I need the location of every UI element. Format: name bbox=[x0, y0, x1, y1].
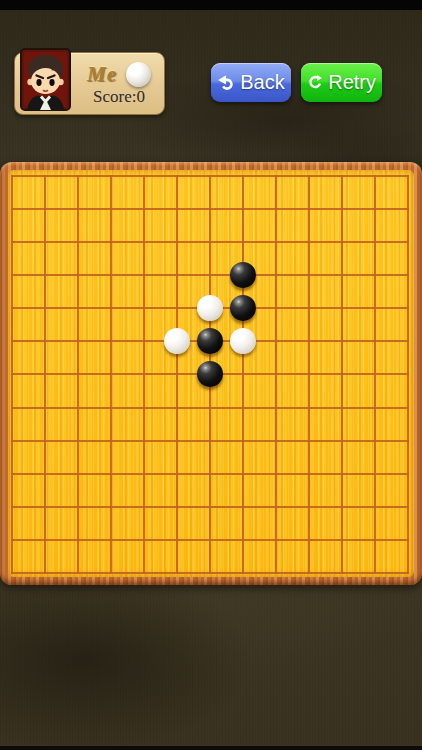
grid-line-horizontal bbox=[11, 506, 410, 508]
stone-white bbox=[230, 328, 256, 354]
retry-icon bbox=[307, 73, 323, 92]
grid-line-horizontal bbox=[11, 407, 410, 409]
retry-button-label: Retry bbox=[328, 71, 376, 94]
grid-line-horizontal bbox=[11, 473, 410, 475]
player-stone-white-indicator bbox=[126, 62, 151, 87]
grid-line-vertical bbox=[374, 175, 376, 574]
board-grid[interactable] bbox=[8, 170, 414, 577]
stone-black bbox=[230, 262, 256, 288]
player-avatar bbox=[20, 48, 71, 111]
stone-black bbox=[197, 361, 223, 387]
retry-button[interactable]: Retry bbox=[301, 63, 382, 102]
bottom-edge-bar bbox=[0, 746, 422, 750]
player-card: Me Score:0 bbox=[14, 52, 165, 115]
score-label: Score:0 bbox=[93, 88, 145, 106]
undo-icon bbox=[217, 73, 235, 92]
grid-line-vertical bbox=[407, 175, 409, 574]
grid-line-vertical bbox=[242, 175, 244, 574]
gomoku-screen: { "game": "gomoku", "board": { "size": 1… bbox=[0, 0, 422, 750]
back-button[interactable]: Back bbox=[211, 63, 291, 102]
status-bar bbox=[0, 0, 422, 10]
player-name-label: Me bbox=[87, 62, 117, 87]
grid-line-horizontal bbox=[11, 572, 410, 574]
stone-black bbox=[197, 328, 223, 354]
stone-white bbox=[164, 328, 190, 354]
grid-line-vertical bbox=[308, 175, 310, 574]
player-info: Me Score:0 bbox=[75, 53, 163, 114]
grid-line-vertical bbox=[275, 175, 277, 574]
grid-line-horizontal bbox=[11, 440, 410, 442]
grid-line-vertical bbox=[341, 175, 343, 574]
stone-black bbox=[230, 295, 256, 321]
back-button-label: Back bbox=[240, 71, 284, 94]
board-frame bbox=[0, 162, 422, 585]
stone-white bbox=[197, 295, 223, 321]
grid-line-horizontal bbox=[11, 539, 410, 541]
